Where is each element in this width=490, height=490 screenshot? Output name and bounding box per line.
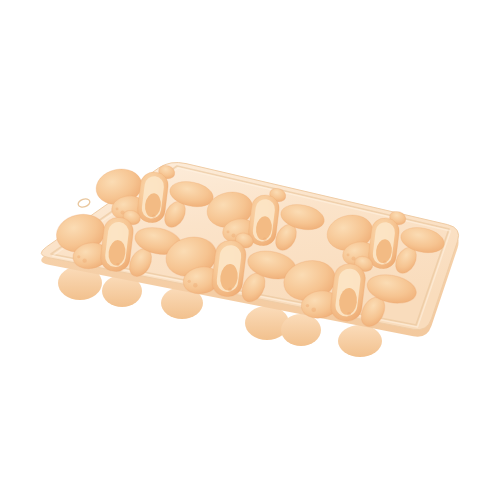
mold-tray-photo <box>0 0 490 490</box>
hang-hole <box>77 198 91 209</box>
product-photo: Peach-colored silicone mold tray with si… <box>0 0 490 490</box>
